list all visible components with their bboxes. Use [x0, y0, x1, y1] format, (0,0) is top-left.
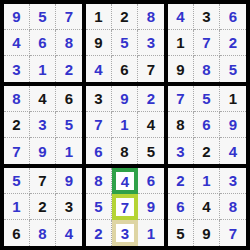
cell-r1c8[interactable]: 3	[194, 4, 220, 30]
cell-r2c2[interactable]: 6	[30, 30, 56, 56]
entered-digit: 8	[65, 35, 73, 50]
cell-r5c7[interactable]: 8	[168, 112, 194, 138]
cell-r4c5[interactable]: 9	[112, 86, 138, 112]
cell-r3c2[interactable]: 1	[30, 56, 56, 82]
cell-r7c3[interactable]: 9	[56, 168, 82, 194]
given-digit: 4	[202, 199, 210, 214]
entered-digit: 5	[202, 91, 210, 106]
cell-r1c2[interactable]: 5	[30, 4, 56, 30]
cell-r4c9[interactable]: 1	[220, 86, 246, 112]
cell-r7c5[interactable]: 4	[112, 168, 138, 194]
entered-digit: 3	[229, 173, 237, 188]
entered-digit: 7	[176, 91, 184, 106]
cell-r1c7[interactable]: 4	[168, 4, 194, 30]
given-digit: 3	[65, 199, 73, 214]
entered-digit: 1	[147, 226, 155, 241]
cell-r6c5[interactable]: 8	[112, 138, 138, 164]
given-digit: 4	[38, 91, 46, 106]
given-digit: 1	[176, 35, 184, 50]
cell-r9c9[interactable]: 7	[220, 220, 246, 246]
entered-digit: 8	[94, 173, 102, 188]
cell-r4c4[interactable]: 3	[86, 86, 112, 112]
cell-r4c7[interactable]: 7	[168, 86, 194, 112]
entered-digit: 5	[65, 117, 73, 132]
cell-r5c9[interactable]: 9	[220, 112, 246, 138]
entered-digit: 4	[94, 62, 102, 77]
cell-r5c4[interactable]: 7	[86, 112, 112, 138]
cell-r6c7[interactable]: 3	[168, 138, 194, 164]
entered-digit: 4	[229, 144, 237, 159]
entered-digit: 3	[38, 117, 46, 132]
cell-r3c4[interactable]: 4	[86, 56, 112, 82]
cell-r2c1[interactable]: 4	[4, 30, 30, 56]
cell-r3c7[interactable]: 9	[168, 56, 194, 82]
cell-r8c8[interactable]: 4	[194, 194, 220, 220]
sudoku-board: 9571284364689531723124679858463927512357…	[0, 0, 250, 250]
cell-r1c4[interactable]: 1	[86, 4, 112, 30]
cell-r3c9[interactable]: 5	[220, 56, 246, 82]
given-digit: 6	[120, 62, 128, 77]
cell-r6c9[interactable]: 4	[220, 138, 246, 164]
entered-digit: 9	[147, 199, 155, 214]
given-digit: 2	[120, 9, 128, 24]
entered-digit: 1	[120, 117, 128, 132]
entered-digit: 5	[120, 35, 128, 50]
entered-digit: 7	[94, 117, 102, 132]
cell-r7c7[interactable]: 2	[168, 168, 194, 194]
cell-r7c9[interactable]: 3	[220, 168, 246, 194]
cell-r4c1[interactable]: 8	[4, 86, 30, 112]
cell-r2c7[interactable]: 1	[168, 30, 194, 56]
cell-r2c3[interactable]: 8	[56, 30, 82, 56]
given-digit: 5	[176, 226, 184, 241]
given-digit: 3	[202, 9, 210, 24]
entered-digit: 6	[202, 117, 210, 132]
cell-r8c1[interactable]: 1	[4, 194, 30, 220]
cell-r3c6[interactable]: 7	[138, 56, 164, 82]
entered-digit: 1	[12, 199, 20, 214]
cell-r1c9[interactable]: 6	[220, 4, 246, 30]
entered-digit: 1	[202, 173, 210, 188]
cell-r1c6[interactable]: 8	[138, 4, 164, 30]
entered-digit: 5	[229, 62, 237, 77]
entered-digit: 4	[121, 174, 129, 189]
cell-r7c6[interactable]: 6	[138, 168, 164, 194]
entered-digit: 9	[65, 173, 73, 188]
entered-digit: 2	[229, 35, 237, 50]
cell-r6c6[interactable]: 5	[138, 138, 164, 164]
cell-r1c1[interactable]: 9	[4, 4, 30, 30]
entered-digit: 7	[229, 226, 237, 241]
entered-digit: 8	[12, 91, 20, 106]
entered-digit: 5	[94, 199, 102, 214]
cell-r5c1[interactable]: 2	[4, 112, 30, 138]
given-digit: 2	[38, 199, 46, 214]
given-digit: 9	[202, 226, 210, 241]
entered-digit: 8	[202, 62, 210, 77]
cell-r5c8[interactable]: 6	[194, 112, 220, 138]
given-digit: 4	[147, 117, 155, 132]
cell-r8c2[interactable]: 2	[30, 194, 56, 220]
cell-r1c5[interactable]: 2	[112, 4, 138, 30]
entered-digit: 5	[12, 173, 20, 188]
cell-r5c6[interactable]: 4	[138, 112, 164, 138]
entered-digit: 2	[94, 226, 102, 241]
entered-digit: 9	[229, 117, 237, 132]
given-digit: 8	[120, 144, 128, 159]
entered-digit: 7	[121, 200, 129, 215]
entered-digit: 8	[38, 226, 46, 241]
entered-digit: 7	[12, 144, 20, 159]
given-digit: 6	[65, 91, 73, 106]
cell-r8c3[interactable]: 3	[56, 194, 82, 220]
entered-digit: 6	[94, 144, 102, 159]
entered-digit: 8	[229, 199, 237, 214]
given-digit: 9	[94, 35, 102, 50]
cell-r7c8[interactable]: 1	[194, 168, 220, 194]
entered-digit: 4	[65, 226, 73, 241]
given-digit: 1	[229, 91, 237, 106]
cell-r5c3[interactable]: 5	[56, 112, 82, 138]
given-digit: 5	[147, 144, 155, 159]
given-digit: 7	[38, 173, 46, 188]
entered-digit: 3	[147, 35, 155, 50]
cell-r4c6[interactable]: 2	[138, 86, 164, 112]
cell-r8c5[interactable]: 7	[112, 194, 138, 220]
cell-r7c1[interactable]: 5	[4, 168, 30, 194]
entered-digit: 2	[65, 62, 73, 77]
cell-r8c6[interactable]: 9	[138, 194, 164, 220]
cell-r9c5[interactable]: 3	[112, 220, 138, 246]
entered-digit: 7	[65, 9, 73, 24]
entered-digit: 6	[229, 9, 237, 24]
entered-digit: 9	[38, 144, 46, 159]
given-digit: 2	[202, 144, 210, 159]
cell-r8c9[interactable]: 8	[220, 194, 246, 220]
cell-r2c9[interactable]: 2	[220, 30, 246, 56]
cell-r6c8[interactable]: 2	[194, 138, 220, 164]
given-digit: 7	[147, 62, 155, 77]
entered-digit: 2	[176, 173, 184, 188]
cell-r2c6[interactable]: 3	[138, 30, 164, 56]
entered-digit: 4	[176, 9, 184, 24]
given-digit: 8	[176, 117, 184, 132]
entered-digit: 6	[147, 173, 155, 188]
cell-r4c2[interactable]: 4	[30, 86, 56, 112]
cell-r9c6[interactable]: 1	[138, 220, 164, 246]
cell-r3c8[interactable]: 8	[194, 56, 220, 82]
cell-r9c3[interactable]: 4	[56, 220, 82, 246]
cell-r8c7[interactable]: 6	[168, 194, 194, 220]
cell-r4c8[interactable]: 5	[194, 86, 220, 112]
entered-digit: 3	[121, 226, 129, 241]
cell-r5c5[interactable]: 1	[112, 112, 138, 138]
entered-digit: 3	[12, 62, 20, 77]
cell-r4c3[interactable]: 6	[56, 86, 82, 112]
cell-r9c4[interactable]: 2	[86, 220, 112, 246]
entered-digit: 1	[65, 144, 73, 159]
cell-r6c3[interactable]: 1	[56, 138, 82, 164]
entered-digit: 9	[120, 91, 128, 106]
cell-r9c7[interactable]: 5	[168, 220, 194, 246]
cell-r3c3[interactable]: 2	[56, 56, 82, 82]
given-digit: 6	[12, 226, 20, 241]
cell-r5c2[interactable]: 3	[30, 112, 56, 138]
entered-digit: 7	[202, 35, 210, 50]
cell-r3c5[interactable]: 6	[112, 56, 138, 82]
cell-r9c2[interactable]: 8	[30, 220, 56, 246]
cell-r9c8[interactable]: 9	[194, 220, 220, 246]
given-digit: 1	[94, 9, 102, 24]
entered-digit: 9	[12, 9, 20, 24]
entered-digit: 2	[147, 91, 155, 106]
entered-digit: 6	[176, 199, 184, 214]
given-digit: 9	[176, 62, 184, 77]
entered-digit: 3	[176, 144, 184, 159]
entered-digit: 5	[38, 9, 46, 24]
entered-digit: 4	[12, 35, 20, 50]
cell-r2c4[interactable]: 9	[86, 30, 112, 56]
cell-r6c1[interactable]: 7	[4, 138, 30, 164]
entered-digit: 6	[38, 35, 46, 50]
cell-r6c4[interactable]: 6	[86, 138, 112, 164]
cell-r9c1[interactable]: 6	[4, 220, 30, 246]
cell-r7c2[interactable]: 7	[30, 168, 56, 194]
cell-r1c3[interactable]: 7	[56, 4, 82, 30]
entered-digit: 1	[38, 62, 46, 77]
cell-r7c4[interactable]: 8	[86, 168, 112, 194]
cell-r2c8[interactable]: 7	[194, 30, 220, 56]
cell-r6c2[interactable]: 9	[30, 138, 56, 164]
given-digit: 2	[12, 117, 20, 132]
cell-r3c1[interactable]: 3	[4, 56, 30, 82]
cell-r2c5[interactable]: 5	[112, 30, 138, 56]
given-digit: 3	[94, 91, 102, 106]
entered-digit: 8	[147, 9, 155, 24]
cell-r8c4[interactable]: 5	[86, 194, 112, 220]
